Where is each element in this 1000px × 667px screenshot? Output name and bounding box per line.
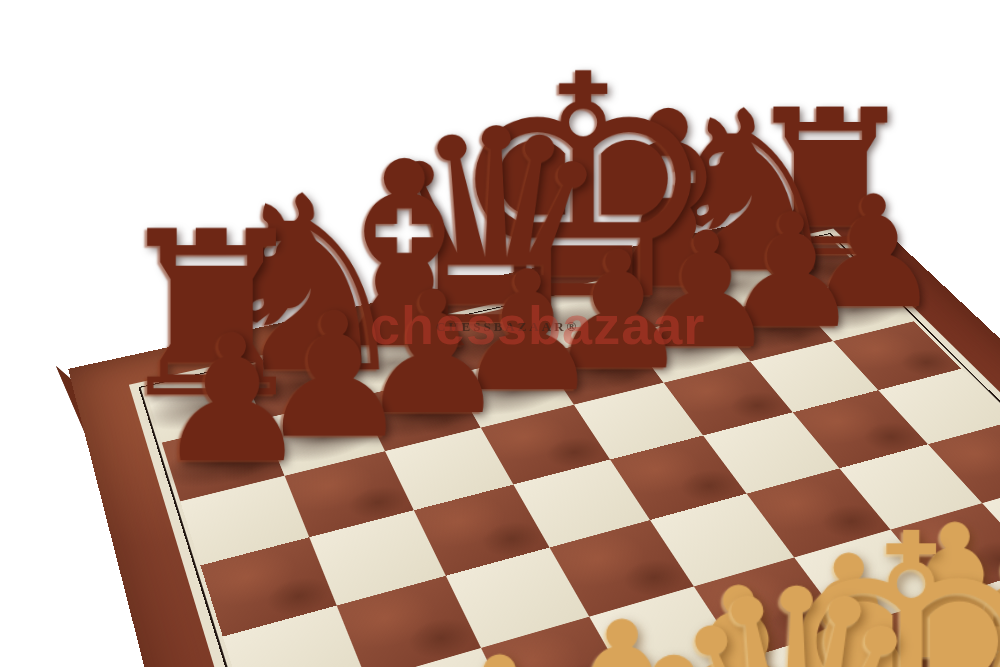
square-a7: ♟ [162,419,285,501]
chess-board: ♜♞♝♛♚♝♞♜♟♟♟♟♟♟♟♟♟♟♟♟♟♟♟♟♜♞♝♛♚♝♞♜ [68,199,1000,667]
board-border: ♜♞♝♛♚♝♞♜♟♟♟♟♟♟♟♟♟♟♟♟♟♟♟♟♜♞♝♛♚♝♞♜ [68,199,1000,667]
board-margin: ♜♞♝♛♚♝♞♜♟♟♟♟♟♟♟♟♟♟♟♟♟♟♟♟♜♞♝♛♚♝♞♜ [129,228,1000,667]
piece-red-pawn: ♟ [154,312,311,488]
board-pinstripe: ♜♞♝♛♚♝♞♜♟♟♟♟♟♟♟♟♟♟♟♟♟♟♟♟♜♞♝♛♚♝♞♜ [138,233,1000,667]
piece-gold-bishop: ♝ [554,624,795,667]
board-grid: ♜♞♝♛♚♝♞♜♟♟♟♟♟♟♟♟♟♟♟♟♟♟♟♟♜♞♝♛♚♝♞♜ [145,236,1000,667]
photo-stage: ♜♞♝♛♚♝♞♜♟♟♟♟♟♟♟♟♟♟♟♟♟♟♟♟♜♞♝♛♚♝♞♜ chessba… [0,0,1000,667]
